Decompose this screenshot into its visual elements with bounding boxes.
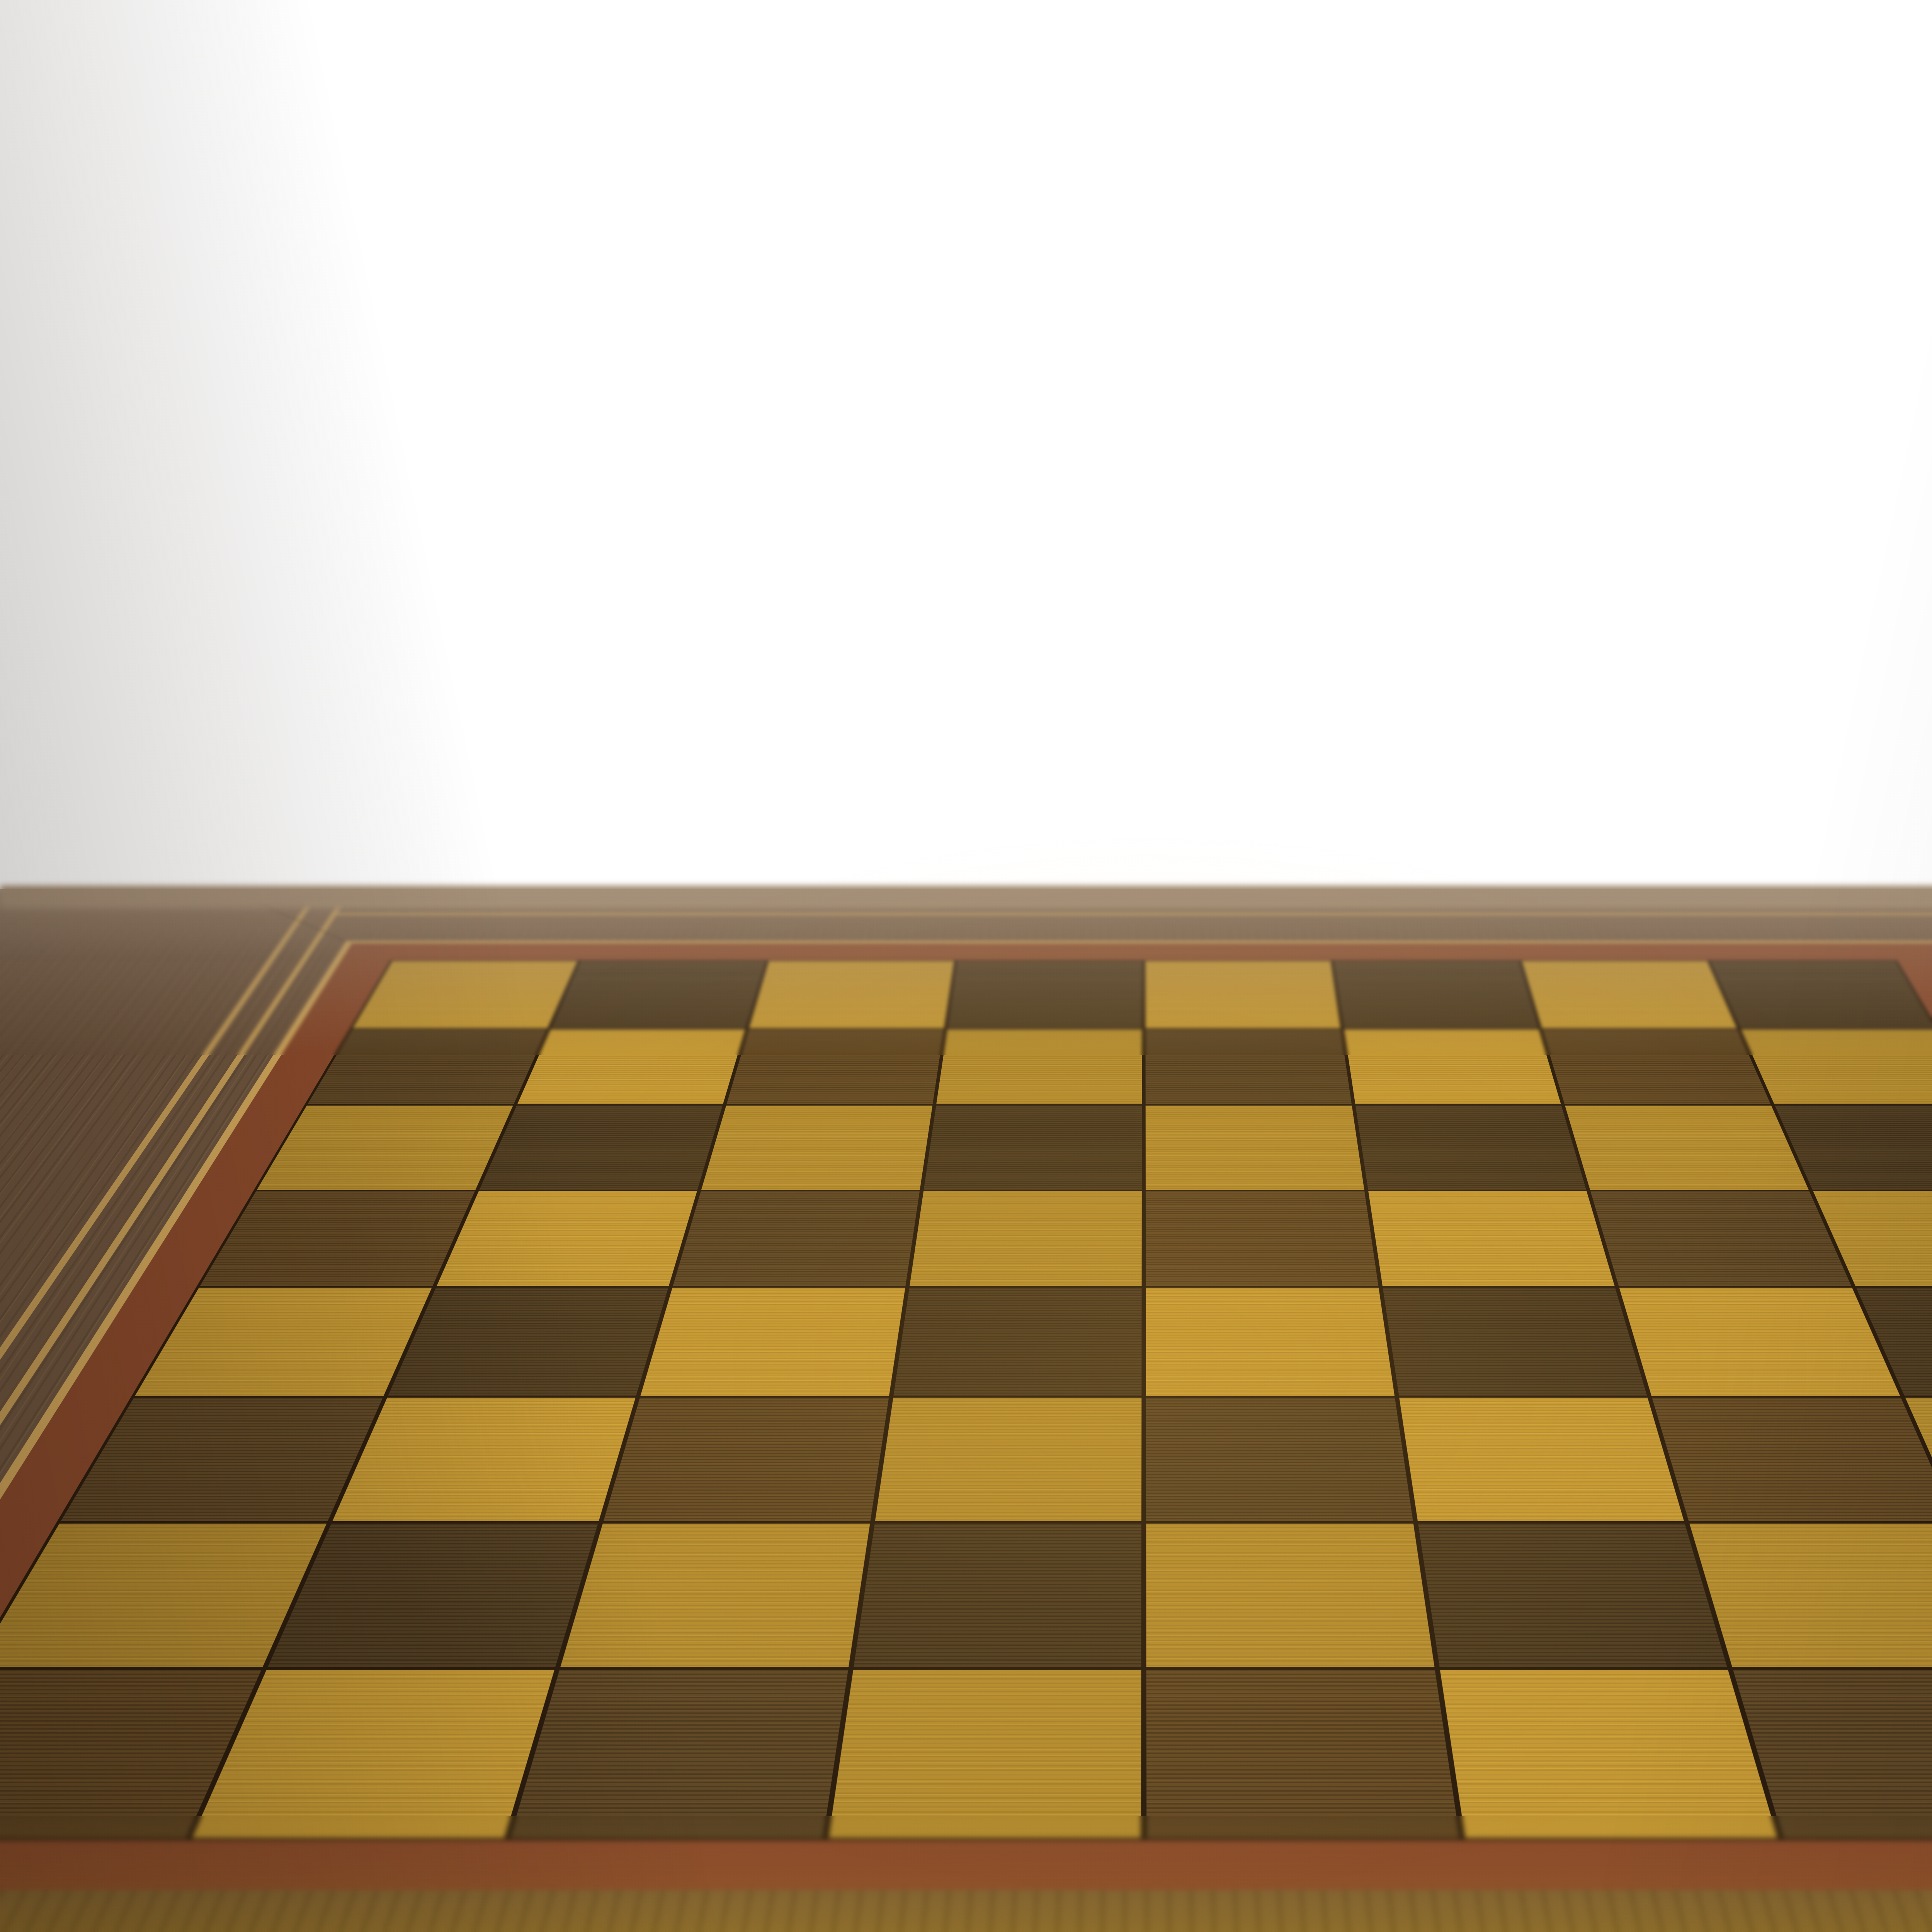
square-c7[interactable] [726,1029,944,1104]
square-f8[interactable] [1333,961,1538,1028]
square-e7[interactable] [1145,1029,1351,1104]
square-e4[interactable] [1146,1288,1394,1396]
square-d5[interactable] [909,1191,1142,1286]
square-g8[interactable] [1522,961,1737,1028]
square-g6[interactable] [1565,1105,1808,1189]
square-c1[interactable] [510,1670,848,1838]
square-b5[interactable] [437,1191,697,1286]
photo-canvas [0,0,1932,1932]
square-g5[interactable] [1590,1191,1851,1286]
stringing-line-far-inner [330,913,1932,915]
square-a7[interactable] [308,1029,547,1104]
square-d7[interactable] [936,1029,1142,1104]
square-g7[interactable] [1542,1029,1770,1104]
square-b7[interactable] [517,1029,745,1104]
square-e8[interactable] [1145,961,1340,1028]
square-e2[interactable] [1146,1524,1434,1667]
square-d4[interactable] [893,1288,1142,1396]
square-d1[interactable] [828,1670,1141,1838]
square-c3[interactable] [604,1398,889,1521]
front-band-grain [0,1890,1932,1932]
square-f4[interactable] [1383,1288,1647,1396]
square-e6[interactable] [1146,1105,1364,1189]
square-a8[interactable] [353,961,578,1028]
square-d3[interactable] [875,1398,1141,1521]
square-b2[interactable] [267,1524,598,1667]
square-d2[interactable] [853,1524,1141,1667]
square-c4[interactable] [641,1288,905,1396]
stringing-line-far-outer [305,904,1932,906]
table-top [0,889,1932,1932]
square-f1[interactable] [1440,1670,1778,1838]
square-g3[interactable] [1652,1398,1932,1521]
square-e3[interactable] [1146,1398,1413,1521]
square-b4[interactable] [388,1288,668,1396]
square-b6[interactable] [479,1105,723,1189]
square-c5[interactable] [673,1191,919,1286]
square-f2[interactable] [1418,1524,1727,1667]
square-f7[interactable] [1344,1029,1561,1104]
square-c2[interactable] [560,1524,869,1667]
square-d6[interactable] [923,1105,1142,1189]
square-h7[interactable] [1741,1029,1932,1104]
square-f6[interactable] [1355,1105,1586,1189]
square-g2[interactable] [1689,1524,1932,1667]
square-c6[interactable] [701,1105,932,1189]
square-f5[interactable] [1368,1191,1615,1286]
table-scene [0,0,1932,1932]
square-e1[interactable] [1146,1670,1459,1838]
square-e5[interactable] [1146,1191,1378,1286]
square-f3[interactable] [1399,1398,1684,1521]
square-b8[interactable] [551,961,765,1028]
square-g4[interactable] [1619,1288,1900,1396]
square-c8[interactable] [749,961,954,1028]
square-d8[interactable] [947,961,1142,1028]
front-border-band [0,1890,1932,1932]
table-far-edge [0,889,1932,892]
square-b3[interactable] [332,1398,635,1521]
square-h8[interactable] [1710,961,1932,1028]
